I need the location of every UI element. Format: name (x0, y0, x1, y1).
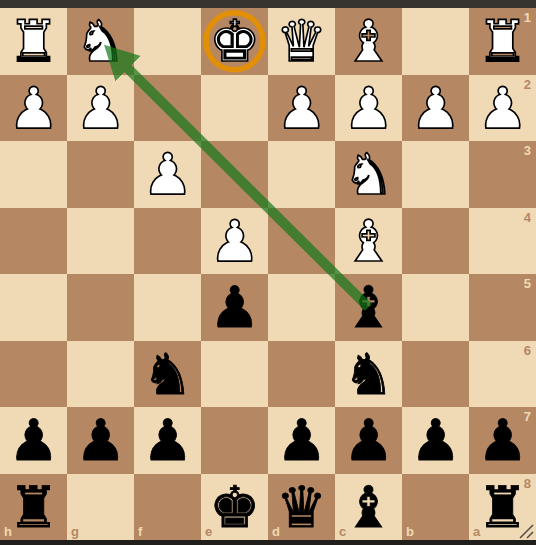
square-a6[interactable]: 6 (469, 341, 536, 408)
piece-white-rook-a1[interactable]: ♜ (477, 8, 528, 75)
piece-black-pawn-h7[interactable]: ♟ (8, 407, 59, 474)
piece-white-pawn-g2[interactable]: ♟ (75, 75, 126, 142)
square-h3[interactable] (0, 141, 67, 208)
square-c7[interactable]: ♟ (335, 407, 402, 474)
rank-label-3: 3 (524, 144, 531, 157)
piece-white-pawn-e4[interactable]: ♟ (209, 208, 260, 275)
piece-black-king-e8[interactable]: ♚ (209, 474, 260, 541)
piece-white-queen-d1[interactable]: ♛ (276, 8, 327, 75)
square-b5[interactable] (402, 274, 469, 341)
square-b6[interactable] (402, 341, 469, 408)
square-g6[interactable] (67, 341, 134, 408)
square-g3[interactable] (67, 141, 134, 208)
square-c4[interactable]: ♝ (335, 208, 402, 275)
square-g7[interactable]: ♟ (67, 407, 134, 474)
square-d8[interactable]: ♛d (268, 474, 335, 541)
piece-white-pawn-d2[interactable]: ♟ (276, 75, 327, 142)
square-c6[interactable]: ♞ (335, 341, 402, 408)
square-h2[interactable]: ♟ (0, 75, 67, 142)
file-label-g: g (71, 525, 79, 538)
square-f6[interactable]: ♞ (134, 341, 201, 408)
piece-black-pawn-a7[interactable]: ♟ (477, 407, 528, 474)
square-f5[interactable] (134, 274, 201, 341)
square-g5[interactable] (67, 274, 134, 341)
square-b4[interactable] (402, 208, 469, 275)
square-d1[interactable]: ♛ (268, 8, 335, 75)
square-c1[interactable]: ♝ (335, 8, 402, 75)
piece-black-pawn-g7[interactable]: ♟ (75, 407, 126, 474)
square-e2[interactable] (201, 75, 268, 142)
piece-white-knight-c3[interactable]: ♞ (343, 141, 394, 208)
square-a7[interactable]: ♟7 (469, 407, 536, 474)
square-c8[interactable]: ♝c (335, 474, 402, 541)
piece-white-king-e1[interactable]: ♚ (209, 8, 260, 75)
board-resize-handle[interactable] (519, 523, 535, 539)
square-f8[interactable]: f (134, 474, 201, 541)
piece-black-knight-c6[interactable]: ♞ (343, 341, 394, 408)
square-b1[interactable] (402, 8, 469, 75)
piece-white-pawn-a2[interactable]: ♟ (477, 75, 528, 142)
square-e4[interactable]: ♟ (201, 208, 268, 275)
square-g8[interactable]: g (67, 474, 134, 541)
chess-app-page: ♜♞♚♛♝♜1♟♟♟♟♟♟2♟♞3♟♝4♟♝5♞♞6♟♟♟♟♟♟♟7♜hgf♚e… (0, 0, 536, 545)
square-c2[interactable]: ♟ (335, 75, 402, 142)
square-d5[interactable] (268, 274, 335, 341)
square-a2[interactable]: ♟2 (469, 75, 536, 142)
square-b3[interactable] (402, 141, 469, 208)
piece-black-pawn-c7[interactable]: ♟ (343, 407, 394, 474)
piece-black-rook-h8[interactable]: ♜ (8, 474, 59, 541)
piece-black-bishop-c5[interactable]: ♝ (343, 274, 394, 341)
piece-white-pawn-f3[interactable]: ♟ (142, 141, 193, 208)
board-area: ♜♞♚♛♝♜1♟♟♟♟♟♟2♟♞3♟♝4♟♝5♞♞6♟♟♟♟♟♟♟7♜hgf♚e… (0, 8, 536, 540)
square-e7[interactable] (201, 407, 268, 474)
square-g2[interactable]: ♟ (67, 75, 134, 142)
chess-board: ♜♞♚♛♝♜1♟♟♟♟♟♟2♟♞3♟♝4♟♝5♞♞6♟♟♟♟♟♟♟7♜hgf♚e… (0, 8, 536, 540)
rank-label-5: 5 (524, 277, 531, 290)
page-background-top (0, 0, 536, 8)
square-a3[interactable]: 3 (469, 141, 536, 208)
square-h8[interactable]: ♜h (0, 474, 67, 541)
file-label-f: f (138, 525, 142, 538)
rank-label-6: 6 (524, 344, 531, 357)
square-c3[interactable]: ♞ (335, 141, 402, 208)
square-d3[interactable] (268, 141, 335, 208)
square-f2[interactable] (134, 75, 201, 142)
piece-black-queen-d8[interactable]: ♛ (276, 474, 327, 541)
square-g1[interactable]: ♞ (67, 8, 134, 75)
piece-black-pawn-e5[interactable]: ♟ (209, 274, 260, 341)
square-a1[interactable]: ♜1 (469, 8, 536, 75)
square-a4[interactable]: 4 (469, 208, 536, 275)
square-e3[interactable] (201, 141, 268, 208)
square-c5[interactable]: ♝ (335, 274, 402, 341)
square-g4[interactable] (67, 208, 134, 275)
rank-label-4: 4 (524, 211, 531, 224)
square-h1[interactable]: ♜ (0, 8, 67, 75)
square-f7[interactable]: ♟ (134, 407, 201, 474)
square-f3[interactable]: ♟ (134, 141, 201, 208)
square-e1[interactable]: ♚ (201, 8, 268, 75)
square-h7[interactable]: ♟ (0, 407, 67, 474)
piece-white-rook-h1[interactable]: ♜ (8, 8, 59, 75)
square-b7[interactable]: ♟ (402, 407, 469, 474)
square-h6[interactable] (0, 341, 67, 408)
square-h5[interactable] (0, 274, 67, 341)
piece-white-pawn-c2[interactable]: ♟ (343, 75, 394, 142)
file-label-b: b (406, 525, 414, 538)
piece-white-bishop-c1[interactable]: ♝ (343, 8, 394, 75)
square-b8[interactable]: b (402, 474, 469, 541)
piece-white-pawn-h2[interactable]: ♟ (8, 75, 59, 142)
square-d7[interactable]: ♟ (268, 407, 335, 474)
piece-black-bishop-c8[interactable]: ♝ (343, 474, 394, 541)
piece-white-pawn-b2[interactable]: ♟ (410, 75, 461, 142)
page-background-bottom (0, 540, 536, 545)
square-d4[interactable] (268, 208, 335, 275)
square-e5[interactable]: ♟ (201, 274, 268, 341)
square-a5[interactable]: 5 (469, 274, 536, 341)
square-f1[interactable] (134, 8, 201, 75)
square-d2[interactable]: ♟ (268, 75, 335, 142)
piece-black-pawn-d7[interactable]: ♟ (276, 407, 327, 474)
piece-black-pawn-f7[interactable]: ♟ (142, 407, 193, 474)
piece-black-knight-f6[interactable]: ♞ (142, 341, 193, 408)
piece-white-bishop-c4[interactable]: ♝ (343, 208, 394, 275)
square-d6[interactable] (268, 341, 335, 408)
square-f4[interactable] (134, 208, 201, 275)
piece-white-knight-g1[interactable]: ♞ (75, 8, 126, 75)
piece-black-pawn-b7[interactable]: ♟ (410, 407, 461, 474)
square-b2[interactable]: ♟ (402, 75, 469, 142)
square-e8[interactable]: ♚e (201, 474, 268, 541)
square-e6[interactable] (201, 341, 268, 408)
square-h4[interactable] (0, 208, 67, 275)
